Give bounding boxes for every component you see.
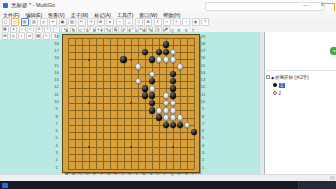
tree-node-label: 2: [279, 91, 282, 96]
white-stone-P11[interactable]: [163, 92, 170, 99]
grid-line: [68, 154, 195, 155]
zoom-icon[interactable]: ◉: [192, 18, 200, 26]
grid-line: [194, 38, 195, 169]
triangle-mark-icon[interactable]: △: [125, 18, 133, 26]
tree-root-label: 棋局开始 (共2手): [275, 75, 309, 80]
grid-line: [68, 169, 195, 170]
coordinate-label: T: [190, 172, 196, 176]
star-point: [88, 102, 90, 104]
white-stone-O9[interactable]: [156, 107, 163, 114]
coordinate-label: 5: [53, 136, 60, 140]
coordinate-label: 15: [53, 64, 60, 68]
copy-icon[interactable]: ▣: [59, 18, 67, 26]
black-stone-Q11[interactable]: [170, 92, 177, 99]
print-icon[interactable]: ▥: [30, 18, 38, 26]
black-stone-Q7[interactable]: [170, 122, 177, 129]
white-stone-Q8[interactable]: [170, 114, 177, 121]
coordinate-label: C: [78, 172, 84, 176]
white-stone-L13[interactable]: [135, 78, 142, 85]
coordinate-label: 8: [200, 115, 207, 119]
black-stone-R7[interactable]: [177, 122, 184, 129]
coordinate-label: 14: [200, 71, 207, 75]
search-icon[interactable]: ◎: [10, 32, 17, 40]
black-stone-J16[interactable]: [120, 56, 127, 63]
coordinate-label: R: [176, 29, 182, 33]
coordinate-label: F: [99, 172, 105, 176]
game-tree: −◆棋局开始 (共2手)12: [266, 73, 334, 97]
grid-line: [68, 139, 195, 140]
star-point: [88, 59, 90, 61]
coordinate-label: D: [85, 172, 91, 176]
close-button[interactable]: ×: [321, 0, 324, 10]
info-icon[interactable]: i: [18, 32, 25, 40]
collapse-panel-button[interactable]: ◂: [330, 47, 336, 55]
tree-root-icon: ◆: [271, 75, 274, 80]
coordinate-label: 8: [53, 115, 60, 119]
coordinate-label: N: [148, 172, 154, 176]
black-stone-Q13[interactable]: [170, 78, 177, 85]
window-title: 无标题 * - MultiGo: [11, 0, 55, 11]
coordinate-label: M: [141, 172, 147, 176]
black-stone-icon: [273, 83, 277, 87]
white-stone-O16[interactable]: [156, 56, 163, 63]
white-stone-S7[interactable]: [184, 122, 191, 129]
help-icon[interactable]: ?: [201, 18, 209, 26]
coordinate-label: 11: [200, 93, 207, 97]
white-stone-R8[interactable]: [177, 114, 184, 121]
white-stone-Q9[interactable]: [170, 107, 177, 114]
grid-line: [68, 161, 195, 162]
flip-icon[interactable]: ⇄: [26, 32, 33, 40]
white-stone-R15[interactable]: [177, 63, 184, 70]
black-stone-N10[interactable]: [149, 100, 156, 107]
coordinate-label: A: [64, 172, 70, 176]
coordinate-label: 1: [53, 166, 60, 170]
white-stone-Q16[interactable]: [170, 56, 177, 63]
coordinate-label: O: [155, 172, 161, 176]
grid-line: [68, 132, 195, 133]
coordinate-label: 13: [53, 78, 60, 82]
coordinate-label: Q: [169, 29, 175, 33]
minimize-button[interactable]: —: [303, 0, 308, 10]
white-stone-P10[interactable]: [163, 100, 170, 107]
info-icon[interactable]: i: [182, 18, 190, 26]
menu-item-help[interactable]: 帮助(H): [160, 12, 183, 18]
coordinate-label: T: [190, 29, 196, 33]
new-file-icon[interactable]: ▢: [2, 18, 10, 26]
delete-icon[interactable]: ×: [163, 18, 171, 26]
white-stone-P9[interactable]: [163, 107, 170, 114]
coordinate-label: 16: [53, 56, 60, 60]
tree-move-node-2[interactable]: 2: [266, 89, 334, 97]
coordinate-label: 17: [53, 49, 60, 53]
coordinate-label: F: [99, 29, 105, 33]
coordinate-label: B: [71, 172, 77, 176]
coordinate-label: H: [113, 172, 119, 176]
coordinate-label: 6: [200, 129, 207, 133]
coordinate-label: E: [92, 172, 98, 176]
coordinate-label: S: [183, 172, 189, 176]
coordinate-label: 1: [200, 166, 207, 170]
black-stone-N16[interactable]: [149, 56, 156, 63]
black-stone-O8[interactable]: [156, 114, 163, 121]
white-stone-Q10[interactable]: [170, 100, 177, 107]
tree-view-icon[interactable]: ⊞: [2, 32, 9, 40]
coordinate-label: 4: [200, 144, 207, 148]
coordinate-label: S: [183, 29, 189, 33]
black-stone-M11[interactable]: [142, 92, 149, 99]
coordinate-label: Q: [169, 172, 175, 176]
snap-outline-horizontal: [321, 3, 335, 4]
coordinate-label: L: [134, 29, 140, 33]
coordinate-label: M: [141, 29, 147, 33]
tree-node-label-selected: 1: [279, 83, 286, 88]
paste-icon[interactable]: ▨: [68, 18, 76, 26]
white-stone-L15[interactable]: [135, 63, 142, 70]
pencil-icon[interactable]: ✎: [43, 32, 50, 40]
menu-item-mark[interactable]: 标记(A): [91, 12, 114, 18]
white-stone-N12[interactable]: [149, 85, 156, 92]
coordinate-label: 9: [200, 107, 207, 111]
black-stone-M17[interactable]: [142, 49, 149, 56]
grid-line: [180, 38, 181, 169]
white-stone-N14[interactable]: [149, 71, 156, 78]
coordinate-label: R: [176, 172, 182, 176]
coordinate-label: 3: [200, 151, 207, 155]
save-icon[interactable]: ▦: [21, 18, 29, 26]
coordinate-label: 7: [53, 122, 60, 126]
black-stone-tool-icon[interactable]: ●: [106, 18, 114, 26]
tree-move-node-1[interactable]: 1: [266, 81, 334, 89]
coordinate-label: 12: [200, 85, 207, 89]
coordinate-label: E: [92, 29, 98, 33]
coordinate-label: G: [106, 172, 112, 176]
square-mark-icon[interactable]: □: [135, 18, 143, 26]
coordinate-label: 11: [53, 93, 60, 97]
coordinate-label: O: [155, 29, 161, 33]
coordinate-label: L: [134, 172, 140, 176]
coordinate-label: G: [106, 29, 112, 33]
star-point: [130, 59, 132, 61]
coordinate-label: 3: [53, 151, 60, 155]
black-stone-P17[interactable]: [163, 49, 170, 56]
star-point: [88, 146, 90, 148]
coordinate-label: 19: [53, 35, 60, 39]
coordinate-label: B: [71, 29, 77, 33]
coordinate-label: K: [127, 172, 133, 176]
app-icon: [3, 3, 8, 8]
coordinate-label: 10: [53, 100, 60, 104]
menu-item-window[interactable]: 窗口(W): [136, 12, 160, 18]
go-board[interactable]: [62, 34, 201, 173]
coordinate-label: 9: [53, 107, 60, 111]
coordinate-label: 13: [200, 78, 207, 82]
cut-icon[interactable]: ✂: [49, 18, 57, 26]
grid-line: [138, 38, 139, 169]
letter-mark-icon[interactable]: A: [144, 18, 152, 26]
white-stone-Q17[interactable]: [170, 49, 177, 56]
comment-icon[interactable]: ≡: [173, 18, 181, 26]
coordinate-label: 18: [53, 42, 60, 46]
white-stone-tool-icon[interactable]: ○: [116, 18, 124, 26]
coordinate-label: 4: [53, 144, 60, 148]
star-point: [130, 146, 132, 148]
coordinate-label: 7: [200, 122, 207, 126]
black-stone-Q14[interactable]: [170, 71, 177, 78]
coordinate-label: A: [64, 29, 70, 33]
number-mark-icon[interactable]: 1: [154, 18, 162, 26]
panel-splitter[interactable]: [264, 70, 336, 71]
black-stone-N9[interactable]: [149, 107, 156, 114]
menu-item-view[interactable]: 查看(V): [45, 12, 68, 18]
menu-item-move[interactable]: 走子(M): [68, 12, 92, 18]
grid-icon[interactable]: ▦: [35, 32, 42, 40]
coordinate-label: 2: [200, 158, 207, 162]
coordinate-label: 17: [200, 49, 207, 53]
open-folder-icon[interactable]: ▤: [11, 18, 19, 26]
white-stone-P8[interactable]: [163, 114, 170, 121]
coordinate-label: 16: [200, 56, 207, 60]
coordinate-label: 15: [200, 64, 207, 68]
coordinate-label: 2: [53, 158, 60, 162]
menu-item-file[interactable]: 文件(F): [0, 12, 22, 18]
coordinate-label: 14: [53, 71, 60, 75]
system-tray: [298, 181, 336, 189]
coordinate-label: J: [120, 29, 126, 33]
white-stone-icon: [273, 91, 277, 95]
application-window: 无标题 * - MultiGo — × 文件(F)编辑(E)查看(V)走子(M)…: [0, 0, 336, 189]
black-stone-O17[interactable]: [156, 49, 163, 56]
coordinate-label: J: [120, 172, 126, 176]
coordinate-label: 19: [200, 35, 207, 39]
coordinate-label: 18: [200, 42, 207, 46]
coordinate-label: P: [162, 29, 168, 33]
coordinate-label: C: [78, 29, 84, 33]
coordinate-label: D: [85, 29, 91, 33]
coordinate-label: 5: [200, 136, 207, 140]
board-icon[interactable]: ⊞: [97, 18, 105, 26]
undo-icon[interactable]: ↶: [78, 18, 86, 26]
star-point: [172, 146, 174, 148]
game-tree-panel: [264, 32, 336, 174]
coordinate-label: 10: [200, 100, 207, 104]
grid-line: [145, 38, 146, 169]
coordinate-label: 12: [53, 85, 60, 89]
black-stone-Q12[interactable]: [170, 85, 177, 92]
white-stone-P16[interactable]: [163, 56, 170, 63]
black-stone-T6[interactable]: [191, 129, 198, 136]
tree-root-node[interactable]: −◆棋局开始 (共2手): [266, 73, 334, 81]
black-stone-M12[interactable]: [142, 85, 149, 92]
menu-item-edit[interactable]: 编辑(E): [22, 12, 45, 18]
mini-toolbar: ⊞◎i⇄▦✎?: [0, 32, 58, 40]
coordinate-label: H: [113, 29, 119, 33]
preview-icon[interactable]: ◎: [40, 18, 48, 26]
redo-icon[interactable]: ↷: [87, 18, 95, 26]
coordinate-label: 6: [53, 129, 60, 133]
black-stone-N13[interactable]: [149, 78, 156, 85]
grid-line: [187, 38, 188, 169]
coordinate-label: P: [162, 172, 168, 176]
resize-grip[interactable]: [330, 176, 335, 180]
start-button[interactable]: [2, 183, 8, 188]
black-stone-P18[interactable]: [163, 41, 170, 48]
coordinate-label: K: [127, 29, 133, 33]
windows-taskbar: [0, 181, 336, 189]
black-stone-P7[interactable]: [163, 122, 170, 129]
menu-item-tools[interactable]: 工具(T): [114, 12, 136, 18]
black-stone-N11[interactable]: [149, 92, 156, 99]
coordinate-label: N: [148, 29, 154, 33]
tree-expand-icon[interactable]: −: [266, 75, 270, 79]
